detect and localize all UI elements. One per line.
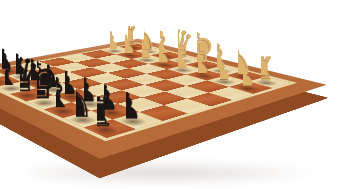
mahogany-board-frame: ♜♞♝♛♚♝♞♜♟♟♟♟♟♟♟♟♟♟♟♟♟♟♟♟♜♞♝♛♚♝♞♜ (0, 38, 327, 158)
playing-area: ♜♞♝♛♚♝♞♜♟♟♟♟♟♟♟♟♟♟♟♟♟♟♟♟♜♞♝♛♚♝♞♜ (0, 42, 297, 141)
chess-board: ♜♞♝♛♚♝♞♜♟♟♟♟♟♟♟♟♟♟♟♟♟♟♟♟♜♞♝♛♚♝♞♜ (0, 38, 327, 158)
chess-set-product-photo: ♜♞♝♛♚♝♞♜♟♟♟♟♟♟♟♟♟♟♟♟♟♟♟♟♜♞♝♛♚♝♞♜ (0, 0, 350, 189)
